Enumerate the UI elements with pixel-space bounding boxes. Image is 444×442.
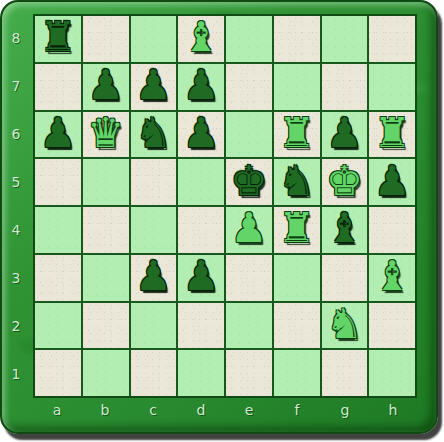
square-e7[interactable]: [226, 64, 272, 110]
square-a7[interactable]: [35, 64, 81, 110]
square-g4[interactable]: ♝: [322, 207, 368, 253]
piece-black-pawn[interactable]: ♟: [87, 65, 124, 106]
rank-label-3: 3: [2, 254, 30, 302]
file-labels: abcdefgh: [33, 400, 417, 430]
piece-white-queen[interactable]: ♛: [87, 113, 124, 154]
square-g3[interactable]: [322, 255, 368, 301]
square-g2[interactable]: ♞: [322, 303, 368, 349]
file-label-f: f: [273, 402, 321, 418]
square-h6[interactable]: ♜: [369, 112, 415, 158]
piece-white-rook[interactable]: ♜: [278, 113, 315, 154]
square-a5[interactable]: [35, 159, 81, 205]
piece-white-knight[interactable]: ♞: [326, 304, 363, 345]
file-label-b: b: [81, 402, 129, 418]
square-b5[interactable]: [83, 159, 129, 205]
rank-label-8: 8: [2, 14, 30, 62]
piece-black-pawn[interactable]: ♟: [135, 256, 172, 297]
rank-label-2: 2: [2, 302, 30, 350]
square-f2[interactable]: [274, 303, 320, 349]
square-b3[interactable]: [83, 255, 129, 301]
square-d2[interactable]: [178, 303, 224, 349]
rank-label-5: 5: [2, 158, 30, 206]
square-e2[interactable]: [226, 303, 272, 349]
chess-board-frame: 87654321 ♜♝♟♟♟♟♛♞♟♜♟♜♚♞♚♟♟♜♝♟♟♝♞ abcdefg…: [0, 0, 438, 434]
square-e6[interactable]: [226, 112, 272, 158]
square-b6[interactable]: ♛: [83, 112, 129, 158]
square-d7[interactable]: ♟: [178, 64, 224, 110]
square-b2[interactable]: [83, 303, 129, 349]
square-d3[interactable]: ♟: [178, 255, 224, 301]
square-e5[interactable]: ♚: [226, 159, 272, 205]
piece-black-pawn[interactable]: ♟: [183, 256, 220, 297]
piece-black-pawn[interactable]: ♟: [135, 65, 172, 106]
square-g1[interactable]: [322, 350, 368, 396]
piece-black-rook[interactable]: ♜: [39, 17, 76, 58]
piece-black-pawn[interactable]: ♟: [183, 65, 220, 106]
square-h4[interactable]: [369, 207, 415, 253]
rank-label-7: 7: [2, 62, 30, 110]
piece-white-bishop[interactable]: ♝: [183, 17, 220, 58]
square-e8[interactable]: [226, 16, 272, 62]
square-c2[interactable]: [131, 303, 177, 349]
square-a2[interactable]: [35, 303, 81, 349]
square-a1[interactable]: [35, 350, 81, 396]
piece-black-pawn[interactable]: ♟: [183, 113, 220, 154]
square-f6[interactable]: ♜: [274, 112, 320, 158]
piece-white-pawn[interactable]: ♟: [230, 208, 267, 249]
piece-black-pawn[interactable]: ♟: [374, 161, 411, 202]
square-h1[interactable]: [369, 350, 415, 396]
piece-black-pawn[interactable]: ♟: [326, 113, 363, 154]
file-label-a: a: [33, 402, 81, 418]
square-d6[interactable]: ♟: [178, 112, 224, 158]
piece-black-knight[interactable]: ♞: [135, 113, 172, 154]
square-a8[interactable]: ♜: [35, 16, 81, 62]
square-d5[interactable]: [178, 159, 224, 205]
square-f1[interactable]: [274, 350, 320, 396]
square-e4[interactable]: ♟: [226, 207, 272, 253]
square-f7[interactable]: [274, 64, 320, 110]
rank-label-6: 6: [2, 110, 30, 158]
file-label-h: h: [369, 402, 417, 418]
square-b1[interactable]: [83, 350, 129, 396]
square-b4[interactable]: [83, 207, 129, 253]
square-c7[interactable]: ♟: [131, 64, 177, 110]
square-c8[interactable]: [131, 16, 177, 62]
rank-label-1: 1: [2, 350, 30, 398]
piece-white-king[interactable]: ♚: [326, 161, 363, 202]
square-g8[interactable]: [322, 16, 368, 62]
square-c5[interactable]: [131, 159, 177, 205]
square-c4[interactable]: [131, 207, 177, 253]
square-c3[interactable]: ♟: [131, 255, 177, 301]
rank-label-4: 4: [2, 206, 30, 254]
square-c6[interactable]: ♞: [131, 112, 177, 158]
board-grid-border: ♜♝♟♟♟♟♛♞♟♜♟♜♚♞♚♟♟♜♝♟♟♝♞: [33, 14, 417, 398]
square-h8[interactable]: [369, 16, 415, 62]
square-a3[interactable]: [35, 255, 81, 301]
square-a6[interactable]: ♟: [35, 112, 81, 158]
piece-white-rook[interactable]: ♜: [374, 113, 411, 154]
piece-white-rook[interactable]: ♜: [278, 208, 315, 249]
square-h3[interactable]: ♝: [369, 255, 415, 301]
square-f4[interactable]: ♜: [274, 207, 320, 253]
file-label-e: e: [225, 402, 273, 418]
square-d1[interactable]: [178, 350, 224, 396]
square-f5[interactable]: ♞: [274, 159, 320, 205]
piece-black-king[interactable]: ♚: [230, 161, 267, 202]
piece-black-bishop[interactable]: ♝: [326, 208, 363, 249]
square-g5[interactable]: ♚: [322, 159, 368, 205]
square-d8[interactable]: ♝: [178, 16, 224, 62]
square-b7[interactable]: ♟: [83, 64, 129, 110]
rank-labels: 87654321: [2, 14, 33, 398]
square-h2[interactable]: [369, 303, 415, 349]
square-f3[interactable]: [274, 255, 320, 301]
chess-board: ♜♝♟♟♟♟♛♞♟♜♟♜♚♞♚♟♟♜♝♟♟♝♞: [35, 16, 415, 396]
file-label-c: c: [129, 402, 177, 418]
square-b8[interactable]: [83, 16, 129, 62]
square-f8[interactable]: [274, 16, 320, 62]
square-e1[interactable]: [226, 350, 272, 396]
square-g7[interactable]: [322, 64, 368, 110]
square-h5[interactable]: ♟: [369, 159, 415, 205]
square-c1[interactable]: [131, 350, 177, 396]
square-e3[interactable]: [226, 255, 272, 301]
square-a4[interactable]: [35, 207, 81, 253]
piece-black-pawn[interactable]: ♟: [39, 113, 76, 154]
file-label-d: d: [177, 402, 225, 418]
square-g6[interactable]: ♟: [322, 112, 368, 158]
square-h7[interactable]: [369, 64, 415, 110]
file-label-g: g: [321, 402, 369, 418]
piece-white-bishop[interactable]: ♝: [374, 256, 411, 297]
square-d4[interactable]: [178, 207, 224, 253]
piece-black-knight[interactable]: ♞: [278, 161, 315, 202]
